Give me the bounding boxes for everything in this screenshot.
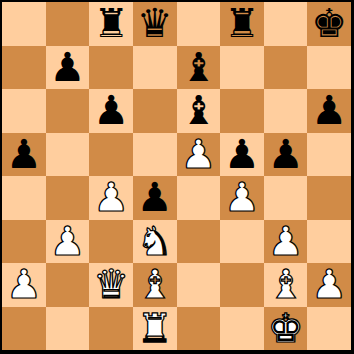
square-b6[interactable]	[46, 89, 90, 133]
square-f6[interactable]	[220, 89, 264, 133]
square-f3[interactable]	[220, 220, 264, 264]
white-bishop[interactable]: ♝	[268, 263, 304, 306]
square-c8[interactable]: ♜	[89, 2, 133, 46]
black-bishop[interactable]: ♝	[180, 89, 216, 132]
square-f5[interactable]: ♟	[220, 133, 264, 177]
white-pawn[interactable]: ♟	[6, 263, 42, 306]
square-a4[interactable]	[2, 176, 46, 220]
square-c6[interactable]: ♟	[89, 89, 133, 133]
black-pawn[interactable]: ♟	[50, 46, 86, 89]
white-rook[interactable]: ♜	[137, 307, 173, 350]
white-pawn[interactable]: ♟	[224, 176, 260, 219]
square-a1[interactable]	[2, 307, 46, 351]
square-f8[interactable]: ♜	[220, 2, 264, 46]
square-e7[interactable]: ♝	[177, 46, 221, 90]
square-h5[interactable]	[307, 133, 351, 177]
square-e2[interactable]	[177, 263, 221, 307]
square-d1[interactable]: ♜	[133, 307, 177, 351]
square-c4[interactable]: ♟	[89, 176, 133, 220]
square-h1[interactable]	[307, 307, 351, 351]
black-pawn[interactable]: ♟	[311, 89, 347, 132]
square-h4[interactable]	[307, 176, 351, 220]
chess-board-frame: ♜♛♜♚♟♝♟♝♟♟♟♟♟♟♟♟♟♞♟♟♛♝♝♟♜♚	[0, 0, 354, 354]
square-d3[interactable]: ♞	[133, 220, 177, 264]
square-e6[interactable]: ♝	[177, 89, 221, 133]
white-bishop[interactable]: ♝	[137, 263, 173, 306]
white-queen[interactable]: ♛	[93, 263, 129, 306]
square-b4[interactable]	[46, 176, 90, 220]
square-d4[interactable]: ♟	[133, 176, 177, 220]
square-g3[interactable]: ♟	[264, 220, 308, 264]
square-d7[interactable]	[133, 46, 177, 90]
square-b8[interactable]	[46, 2, 90, 46]
white-knight[interactable]: ♞	[137, 220, 173, 263]
square-a2[interactable]: ♟	[2, 263, 46, 307]
square-g7[interactable]	[264, 46, 308, 90]
black-rook[interactable]: ♜	[224, 2, 260, 45]
square-b1[interactable]	[46, 307, 90, 351]
square-e1[interactable]	[177, 307, 221, 351]
square-e5[interactable]: ♟	[177, 133, 221, 177]
square-f2[interactable]	[220, 263, 264, 307]
black-rook[interactable]: ♜	[93, 2, 129, 45]
square-b5[interactable]	[46, 133, 90, 177]
black-pawn[interactable]: ♟	[6, 133, 42, 176]
chess-board: ♜♛♜♚♟♝♟♝♟♟♟♟♟♟♟♟♟♞♟♟♛♝♝♟♜♚	[2, 2, 351, 350]
square-g8[interactable]	[264, 2, 308, 46]
square-d6[interactable]	[133, 89, 177, 133]
white-pawn[interactable]: ♟	[93, 176, 129, 219]
square-g2[interactable]: ♝	[264, 263, 308, 307]
black-queen[interactable]: ♛	[137, 2, 173, 45]
black-pawn[interactable]: ♟	[93, 89, 129, 132]
square-a3[interactable]	[2, 220, 46, 264]
square-a5[interactable]: ♟	[2, 133, 46, 177]
square-d8[interactable]: ♛	[133, 2, 177, 46]
square-c3[interactable]	[89, 220, 133, 264]
square-h8[interactable]: ♚	[307, 2, 351, 46]
black-king[interactable]: ♚	[311, 2, 347, 45]
square-g4[interactable]	[264, 176, 308, 220]
white-pawn[interactable]: ♟	[180, 133, 216, 176]
square-e8[interactable]	[177, 2, 221, 46]
black-pawn[interactable]: ♟	[137, 176, 173, 219]
square-h6[interactable]: ♟	[307, 89, 351, 133]
square-e4[interactable]	[177, 176, 221, 220]
square-g1[interactable]: ♚	[264, 307, 308, 351]
square-h7[interactable]	[307, 46, 351, 90]
square-c1[interactable]	[89, 307, 133, 351]
square-c2[interactable]: ♛	[89, 263, 133, 307]
black-pawn[interactable]: ♟	[224, 133, 260, 176]
white-king[interactable]: ♚	[268, 307, 304, 350]
square-d5[interactable]	[133, 133, 177, 177]
square-f7[interactable]	[220, 46, 264, 90]
square-c5[interactable]	[89, 133, 133, 177]
square-d2[interactable]: ♝	[133, 263, 177, 307]
white-pawn[interactable]: ♟	[311, 263, 347, 306]
square-a6[interactable]	[2, 89, 46, 133]
square-b7[interactable]: ♟	[46, 46, 90, 90]
black-bishop[interactable]: ♝	[180, 46, 216, 89]
black-pawn[interactable]: ♟	[268, 133, 304, 176]
white-pawn[interactable]: ♟	[50, 220, 86, 263]
square-a7[interactable]	[2, 46, 46, 90]
square-g5[interactable]: ♟	[264, 133, 308, 177]
white-pawn[interactable]: ♟	[268, 220, 304, 263]
square-b3[interactable]: ♟	[46, 220, 90, 264]
square-a8[interactable]	[2, 2, 46, 46]
square-h3[interactable]	[307, 220, 351, 264]
square-e3[interactable]	[177, 220, 221, 264]
square-b2[interactable]	[46, 263, 90, 307]
square-h2[interactable]: ♟	[307, 263, 351, 307]
square-g6[interactable]	[264, 89, 308, 133]
square-f1[interactable]	[220, 307, 264, 351]
square-f4[interactable]: ♟	[220, 176, 264, 220]
square-c7[interactable]	[89, 46, 133, 90]
